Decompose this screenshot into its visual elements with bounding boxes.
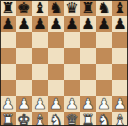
square-e8[interactable]: ♛ — [64, 0, 80, 16]
square-d3[interactable] — [48, 80, 64, 96]
square-h6[interactable] — [112, 32, 128, 48]
square-b6[interactable] — [16, 32, 32, 48]
black-bishop[interactable]: ♝ — [113, 0, 126, 16]
square-e1[interactable]: ♛ — [64, 112, 80, 126]
white-pawn[interactable]: ♟ — [97, 96, 110, 112]
white-pawn[interactable]: ♟ — [1, 96, 14, 112]
white-bishop[interactable]: ♝ — [113, 112, 126, 126]
square-g5[interactable] — [96, 48, 112, 64]
square-b7[interactable]: ♟ — [16, 16, 32, 32]
black-rook[interactable]: ♜ — [1, 0, 14, 16]
square-d6[interactable] — [48, 32, 64, 48]
square-h3[interactable] — [112, 80, 128, 96]
square-h2[interactable]: ♟ — [112, 96, 128, 112]
square-g1[interactable]: ♞ — [96, 112, 112, 126]
white-rook[interactable]: ♜ — [1, 112, 14, 126]
square-g6[interactable] — [96, 32, 112, 48]
square-h7[interactable]: ♟ — [112, 16, 128, 32]
square-c5[interactable] — [32, 48, 48, 64]
square-a3[interactable] — [0, 80, 16, 96]
square-e4[interactable] — [64, 64, 80, 80]
square-c8[interactable]: ♝ — [32, 0, 48, 16]
white-pawn[interactable]: ♟ — [65, 96, 78, 112]
square-f4[interactable] — [80, 64, 96, 80]
black-knight[interactable]: ♞ — [97, 0, 110, 16]
white-queen[interactable]: ♛ — [65, 112, 78, 126]
white-pawn[interactable]: ♟ — [49, 96, 62, 112]
square-h5[interactable] — [112, 48, 128, 64]
square-d8[interactable]: ♞ — [48, 0, 64, 16]
square-a8[interactable]: ♜ — [0, 0, 16, 16]
white-knight[interactable]: ♞ — [97, 112, 110, 126]
square-b1[interactable]: ♚ — [16, 112, 32, 126]
black-pawn[interactable]: ♟ — [17, 16, 30, 32]
square-h4[interactable] — [112, 64, 128, 80]
black-pawn[interactable]: ♟ — [49, 16, 62, 32]
black-king[interactable]: ♚ — [17, 0, 30, 16]
square-e7[interactable]: ♟ — [64, 16, 80, 32]
square-f2[interactable]: ♟ — [80, 96, 96, 112]
black-rook[interactable]: ♜ — [81, 0, 94, 16]
square-b8[interactable]: ♚ — [16, 0, 32, 16]
square-a5[interactable] — [0, 48, 16, 64]
square-f5[interactable] — [80, 48, 96, 64]
square-g3[interactable] — [96, 80, 112, 96]
square-b3[interactable] — [16, 80, 32, 96]
square-c4[interactable] — [32, 64, 48, 80]
square-g7[interactable]: ♟ — [96, 16, 112, 32]
square-f7[interactable]: ♟ — [80, 16, 96, 32]
square-c3[interactable] — [32, 80, 48, 96]
black-pawn[interactable]: ♟ — [97, 16, 110, 32]
square-e6[interactable] — [64, 32, 80, 48]
square-b4[interactable] — [16, 64, 32, 80]
square-c1[interactable]: ♝ — [32, 112, 48, 126]
square-b5[interactable] — [16, 48, 32, 64]
white-king[interactable]: ♚ — [17, 112, 30, 126]
black-pawn[interactable]: ♟ — [113, 16, 126, 32]
square-a4[interactable] — [0, 64, 16, 80]
square-d5[interactable] — [48, 48, 64, 64]
black-pawn[interactable]: ♟ — [1, 16, 14, 32]
black-pawn[interactable]: ♟ — [33, 16, 46, 32]
black-bishop[interactable]: ♝ — [33, 0, 46, 16]
square-g8[interactable]: ♞ — [96, 0, 112, 16]
square-f8[interactable]: ♜ — [80, 0, 96, 16]
square-g4[interactable] — [96, 64, 112, 80]
white-knight[interactable]: ♞ — [49, 112, 62, 126]
black-pawn[interactable]: ♟ — [81, 16, 94, 32]
square-g2[interactable]: ♟ — [96, 96, 112, 112]
square-d1[interactable]: ♞ — [48, 112, 64, 126]
white-bishop[interactable]: ♝ — [33, 112, 46, 126]
square-c6[interactable] — [32, 32, 48, 48]
white-pawn[interactable]: ♟ — [113, 96, 126, 112]
black-queen[interactable]: ♛ — [65, 0, 78, 16]
white-pawn[interactable]: ♟ — [17, 96, 30, 112]
white-pawn[interactable]: ♟ — [81, 96, 94, 112]
white-rook[interactable]: ♜ — [81, 112, 94, 126]
square-a1[interactable]: ♜ — [0, 112, 16, 126]
square-c2[interactable]: ♟ — [32, 96, 48, 112]
square-d2[interactable]: ♟ — [48, 96, 64, 112]
black-knight[interactable]: ♞ — [49, 0, 62, 16]
square-f1[interactable]: ♜ — [80, 112, 96, 126]
square-a6[interactable] — [0, 32, 16, 48]
square-b2[interactable]: ♟ — [16, 96, 32, 112]
black-pawn[interactable]: ♟ — [65, 16, 78, 32]
square-a2[interactable]: ♟ — [0, 96, 16, 112]
square-d7[interactable]: ♟ — [48, 16, 64, 32]
chess-app-window: ♜♚♝♞♛♜♞♝♟♟♟♟♟♟♟♟♟♟♟♟♟♟♟♟♜♚♝♞♛♜♞♝ — [0, 0, 128, 126]
square-f3[interactable] — [80, 80, 96, 96]
square-e5[interactable] — [64, 48, 80, 64]
square-a7[interactable]: ♟ — [0, 16, 16, 32]
square-e2[interactable]: ♟ — [64, 96, 80, 112]
square-e3[interactable] — [64, 80, 80, 96]
square-h8[interactable]: ♝ — [112, 0, 128, 16]
square-f6[interactable] — [80, 32, 96, 48]
square-h1[interactable]: ♝ — [112, 112, 128, 126]
square-c7[interactable]: ♟ — [32, 16, 48, 32]
white-pawn[interactable]: ♟ — [33, 96, 46, 112]
chess-board: ♜♚♝♞♛♜♞♝♟♟♟♟♟♟♟♟♟♟♟♟♟♟♟♟♜♚♝♞♛♜♞♝ — [0, 0, 128, 126]
square-d4[interactable] — [48, 64, 64, 80]
